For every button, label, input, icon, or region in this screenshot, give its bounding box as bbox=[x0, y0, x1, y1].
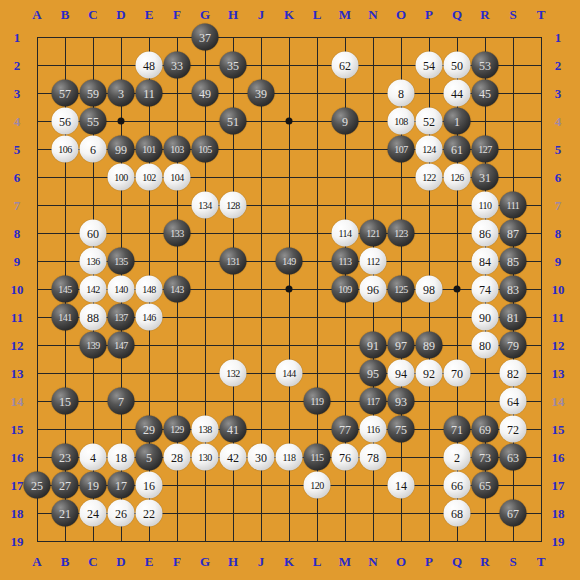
stone-white-18-D16[interactable]: 18 bbox=[108, 444, 135, 471]
stone-black-21-B18[interactable]: 21 bbox=[52, 500, 79, 527]
stone-black-107-O5[interactable]: 107 bbox=[388, 136, 415, 163]
stone-black-37-G1[interactable]: 37 bbox=[192, 24, 219, 51]
stone-move-number: 50 bbox=[451, 59, 463, 71]
column-label-bottom-F: F bbox=[173, 555, 181, 568]
stone-white-14-O17[interactable]: 14 bbox=[388, 472, 415, 499]
stone-black-135-D9[interactable]: 135 bbox=[108, 248, 135, 275]
column-label-top-E: E bbox=[145, 8, 154, 21]
stone-black-5-E16[interactable]: 5 bbox=[136, 444, 163, 471]
star-point-D4 bbox=[118, 118, 125, 125]
stone-move-number: 75 bbox=[395, 423, 407, 435]
stone-black-65-R17[interactable]: 65 bbox=[472, 472, 499, 499]
stone-move-number: 118 bbox=[282, 452, 295, 462]
stone-white-100-D6[interactable]: 100 bbox=[108, 164, 135, 191]
stone-white-108-O4[interactable]: 108 bbox=[388, 108, 415, 135]
stone-move-number: 86 bbox=[479, 227, 491, 239]
stone-move-number: 8 bbox=[398, 87, 404, 99]
stone-move-number: 131 bbox=[226, 256, 240, 266]
stone-white-94-O13[interactable]: 94 bbox=[388, 360, 415, 387]
stone-move-number: 94 bbox=[395, 367, 407, 379]
stone-move-number: 55 bbox=[87, 115, 99, 127]
stone-black-69-R15[interactable]: 69 bbox=[472, 416, 499, 443]
stone-white-144-K13[interactable]: 144 bbox=[276, 360, 303, 387]
stone-move-number: 26 bbox=[115, 507, 127, 519]
column-label-bottom-P: P bbox=[425, 555, 433, 568]
stone-black-73-R16[interactable]: 73 bbox=[472, 444, 499, 471]
stone-move-number: 117 bbox=[366, 396, 379, 406]
row-label-right-13: 13 bbox=[552, 367, 565, 380]
column-label-bottom-K: K bbox=[284, 555, 294, 568]
stone-black-61-Q5[interactable]: 61 bbox=[444, 136, 471, 163]
stone-move-number: 127 bbox=[478, 144, 492, 154]
stone-white-104-F6[interactable]: 104 bbox=[164, 164, 191, 191]
stone-black-29-E15[interactable]: 29 bbox=[136, 416, 163, 443]
stone-black-93-O14[interactable]: 93 bbox=[388, 388, 415, 415]
stone-move-number: 97 bbox=[395, 339, 407, 351]
stone-white-24-C18[interactable]: 24 bbox=[80, 500, 107, 527]
column-label-bottom-H: H bbox=[228, 555, 238, 568]
stone-black-51-H4[interactable]: 51 bbox=[220, 108, 247, 135]
stone-white-130-G16[interactable]: 130 bbox=[192, 444, 219, 471]
stone-move-number: 138 bbox=[198, 424, 212, 434]
stone-black-109-M10[interactable]: 109 bbox=[332, 276, 359, 303]
stone-black-103-F5[interactable]: 103 bbox=[164, 136, 191, 163]
stone-move-number: 69 bbox=[479, 423, 491, 435]
stone-move-number: 68 bbox=[451, 507, 463, 519]
column-label-top-F: F bbox=[173, 8, 181, 21]
stone-move-number: 74 bbox=[479, 283, 491, 295]
column-label-top-B: B bbox=[61, 8, 70, 21]
stone-black-147-D12[interactable]: 147 bbox=[108, 332, 135, 359]
stone-move-number: 54 bbox=[423, 59, 435, 71]
stone-white-102-E6[interactable]: 102 bbox=[136, 164, 163, 191]
row-label-left-14: 14 bbox=[11, 395, 24, 408]
stone-white-62-M2[interactable]: 62 bbox=[332, 52, 359, 79]
stone-white-140-D10[interactable]: 140 bbox=[108, 276, 135, 303]
stone-black-33-F2[interactable]: 33 bbox=[164, 52, 191, 79]
stone-white-132-H13[interactable]: 132 bbox=[220, 360, 247, 387]
stone-move-number: 140 bbox=[114, 284, 128, 294]
row-label-left-15: 15 bbox=[11, 423, 24, 436]
stone-move-number: 63 bbox=[507, 451, 519, 463]
stone-move-number: 119 bbox=[310, 396, 323, 406]
stone-black-87-S8[interactable]: 87 bbox=[500, 220, 527, 247]
stone-white-30-J16[interactable]: 30 bbox=[248, 444, 275, 471]
stone-move-number: 53 bbox=[479, 59, 491, 71]
stone-white-42-H16[interactable]: 42 bbox=[220, 444, 247, 471]
stone-move-number: 2 bbox=[454, 451, 460, 463]
stone-move-number: 121 bbox=[366, 228, 380, 238]
stone-move-number: 51 bbox=[227, 115, 239, 127]
stone-white-76-M16[interactable]: 76 bbox=[332, 444, 359, 471]
stone-white-116-N15[interactable]: 116 bbox=[360, 416, 387, 443]
stone-black-101-E5[interactable]: 101 bbox=[136, 136, 163, 163]
stone-black-119-L14[interactable]: 119 bbox=[304, 388, 331, 415]
stone-move-number: 110 bbox=[478, 200, 491, 210]
row-label-right-6: 6 bbox=[555, 171, 562, 184]
stone-black-127-R5[interactable]: 127 bbox=[472, 136, 499, 163]
stone-move-number: 101 bbox=[142, 144, 156, 154]
stone-black-1-Q4[interactable]: 1 bbox=[444, 108, 471, 135]
stone-move-number: 37 bbox=[199, 31, 211, 43]
stone-black-81-S11[interactable]: 81 bbox=[500, 304, 527, 331]
stone-black-111-S7[interactable]: 111 bbox=[500, 192, 527, 219]
row-label-right-3: 3 bbox=[555, 87, 562, 100]
stone-move-number: 88 bbox=[87, 311, 99, 323]
go-board[interactable]: AABBCCDDEEFFGGHHJJKKLLMMNNOOPPQQRRSSTT11… bbox=[0, 0, 580, 580]
row-label-left-9: 9 bbox=[14, 255, 21, 268]
row-label-right-7: 7 bbox=[555, 199, 562, 212]
column-label-bottom-Q: Q bbox=[452, 555, 462, 568]
stone-move-number: 123 bbox=[394, 228, 408, 238]
stone-black-57-B3[interactable]: 57 bbox=[52, 80, 79, 107]
stone-move-number: 76 bbox=[339, 451, 351, 463]
stone-move-number: 113 bbox=[338, 256, 351, 266]
stone-white-8-O3[interactable]: 8 bbox=[388, 80, 415, 107]
stone-white-56-B4[interactable]: 56 bbox=[52, 108, 79, 135]
stone-black-143-F10[interactable]: 143 bbox=[164, 276, 191, 303]
stone-black-141-B11[interactable]: 141 bbox=[52, 304, 79, 331]
stone-move-number: 122 bbox=[422, 172, 436, 182]
stone-white-26-D18[interactable]: 26 bbox=[108, 500, 135, 527]
stone-white-74-R10[interactable]: 74 bbox=[472, 276, 499, 303]
stone-move-number: 35 bbox=[227, 59, 239, 71]
stone-move-number: 29 bbox=[143, 423, 155, 435]
row-label-left-2: 2 bbox=[14, 59, 21, 72]
column-label-top-O: O bbox=[396, 8, 406, 21]
column-label-bottom-G: G bbox=[200, 555, 210, 568]
row-label-right-5: 5 bbox=[555, 143, 562, 156]
star-point-K10 bbox=[286, 286, 293, 293]
stone-move-number: 19 bbox=[87, 479, 99, 491]
stone-white-86-R8[interactable]: 86 bbox=[472, 220, 499, 247]
stone-move-number: 134 bbox=[198, 200, 212, 210]
stone-move-number: 77 bbox=[339, 423, 351, 435]
stone-white-126-Q6[interactable]: 126 bbox=[444, 164, 471, 191]
stone-white-118-K16[interactable]: 118 bbox=[276, 444, 303, 471]
stone-move-number: 143 bbox=[170, 284, 184, 294]
column-label-bottom-B: B bbox=[61, 555, 70, 568]
stone-black-95-N13[interactable]: 95 bbox=[360, 360, 387, 387]
stone-black-31-R6[interactable]: 31 bbox=[472, 164, 499, 191]
stone-white-44-Q3[interactable]: 44 bbox=[444, 80, 471, 107]
stone-black-49-G3[interactable]: 49 bbox=[192, 80, 219, 107]
stone-move-number: 52 bbox=[423, 115, 435, 127]
stone-black-25-A17[interactable]: 25 bbox=[24, 472, 51, 499]
stone-white-78-N16[interactable]: 78 bbox=[360, 444, 387, 471]
column-label-bottom-L: L bbox=[313, 555, 322, 568]
stone-move-number: 30 bbox=[255, 451, 267, 463]
stone-black-79-S12[interactable]: 79 bbox=[500, 332, 527, 359]
stone-white-122-P6[interactable]: 122 bbox=[416, 164, 443, 191]
stone-white-98-P10[interactable]: 98 bbox=[416, 276, 443, 303]
stone-move-number: 135 bbox=[114, 256, 128, 266]
stone-move-number: 4 bbox=[90, 451, 96, 463]
column-label-top-A: A bbox=[32, 8, 41, 21]
stone-black-139-C12[interactable]: 139 bbox=[80, 332, 107, 359]
stone-black-77-M15[interactable]: 77 bbox=[332, 416, 359, 443]
row-label-right-9: 9 bbox=[555, 255, 562, 268]
column-label-bottom-J: J bbox=[258, 555, 265, 568]
column-label-top-H: H bbox=[228, 8, 238, 21]
row-label-left-1: 1 bbox=[14, 31, 21, 44]
stone-move-number: 90 bbox=[479, 311, 491, 323]
stone-move-number: 144 bbox=[282, 368, 296, 378]
row-label-right-16: 16 bbox=[552, 451, 565, 464]
stone-white-6-C5[interactable]: 6 bbox=[80, 136, 107, 163]
stone-white-60-C8[interactable]: 60 bbox=[80, 220, 107, 247]
stone-black-11-E3[interactable]: 11 bbox=[136, 80, 163, 107]
stone-white-52-P4[interactable]: 52 bbox=[416, 108, 443, 135]
stone-move-number: 65 bbox=[479, 479, 491, 491]
stone-white-112-N9[interactable]: 112 bbox=[360, 248, 387, 275]
stone-move-number: 72 bbox=[507, 423, 519, 435]
stone-black-83-S10[interactable]: 83 bbox=[500, 276, 527, 303]
stone-black-39-J3[interactable]: 39 bbox=[248, 80, 275, 107]
stone-move-number: 128 bbox=[226, 200, 240, 210]
stone-black-9-M4[interactable]: 9 bbox=[332, 108, 359, 135]
stone-black-125-O10[interactable]: 125 bbox=[388, 276, 415, 303]
column-label-bottom-O: O bbox=[396, 555, 406, 568]
stone-white-114-M8[interactable]: 114 bbox=[332, 220, 359, 247]
stone-move-number: 16 bbox=[143, 479, 155, 491]
stone-move-number: 21 bbox=[59, 507, 71, 519]
stone-black-149-K9[interactable]: 149 bbox=[276, 248, 303, 275]
stone-move-number: 136 bbox=[86, 256, 100, 266]
stone-white-106-B5[interactable]: 106 bbox=[52, 136, 79, 163]
column-label-top-S: S bbox=[509, 8, 516, 21]
stone-move-number: 145 bbox=[58, 284, 72, 294]
column-label-top-Q: Q bbox=[452, 8, 462, 21]
row-label-right-14: 14 bbox=[552, 395, 565, 408]
stone-black-45-R3[interactable]: 45 bbox=[472, 80, 499, 107]
stone-white-70-Q13[interactable]: 70 bbox=[444, 360, 471, 387]
stone-move-number: 95 bbox=[367, 367, 379, 379]
stone-white-4-C16[interactable]: 4 bbox=[80, 444, 107, 471]
column-label-top-R: R bbox=[480, 8, 489, 21]
stone-white-136-C9[interactable]: 136 bbox=[80, 248, 107, 275]
stone-white-68-Q18[interactable]: 68 bbox=[444, 500, 471, 527]
stone-white-2-Q16[interactable]: 2 bbox=[444, 444, 471, 471]
stone-black-117-N14[interactable]: 117 bbox=[360, 388, 387, 415]
stone-white-120-L17[interactable]: 120 bbox=[304, 472, 331, 499]
row-label-right-18: 18 bbox=[552, 507, 565, 520]
stone-black-55-C4[interactable]: 55 bbox=[80, 108, 107, 135]
stone-move-number: 100 bbox=[114, 172, 128, 182]
stone-black-91-N12[interactable]: 91 bbox=[360, 332, 387, 359]
row-label-left-18: 18 bbox=[11, 507, 24, 520]
column-label-bottom-S: S bbox=[509, 555, 516, 568]
stone-move-number: 141 bbox=[58, 312, 72, 322]
stone-white-66-Q17[interactable]: 66 bbox=[444, 472, 471, 499]
column-label-top-D: D bbox=[116, 8, 125, 21]
stone-white-80-R12[interactable]: 80 bbox=[472, 332, 499, 359]
column-label-bottom-M: M bbox=[339, 555, 351, 568]
stone-white-134-G7[interactable]: 134 bbox=[192, 192, 219, 219]
stone-white-82-S13[interactable]: 82 bbox=[500, 360, 527, 387]
row-label-right-10: 10 bbox=[552, 283, 565, 296]
stone-move-number: 112 bbox=[366, 256, 379, 266]
stone-move-number: 103 bbox=[170, 144, 184, 154]
stone-black-27-B17[interactable]: 27 bbox=[52, 472, 79, 499]
stone-move-number: 64 bbox=[507, 395, 519, 407]
row-label-left-13: 13 bbox=[11, 367, 24, 380]
stone-white-50-Q2[interactable]: 50 bbox=[444, 52, 471, 79]
stone-black-17-D17[interactable]: 17 bbox=[108, 472, 135, 499]
stone-move-number: 67 bbox=[507, 507, 519, 519]
stone-white-22-E18[interactable]: 22 bbox=[136, 500, 163, 527]
stone-move-number: 17 bbox=[115, 479, 127, 491]
row-label-left-17: 17 bbox=[11, 479, 24, 492]
stone-white-142-C10[interactable]: 142 bbox=[80, 276, 107, 303]
stone-white-124-P5[interactable]: 124 bbox=[416, 136, 443, 163]
stone-move-number: 146 bbox=[142, 312, 156, 322]
stone-move-number: 82 bbox=[507, 367, 519, 379]
stone-black-123-O8[interactable]: 123 bbox=[388, 220, 415, 247]
stone-move-number: 33 bbox=[171, 59, 183, 71]
stone-move-number: 5 bbox=[146, 451, 152, 463]
stone-move-number: 80 bbox=[479, 339, 491, 351]
stone-white-48-E2[interactable]: 48 bbox=[136, 52, 163, 79]
row-label-left-4: 4 bbox=[14, 115, 21, 128]
stone-move-number: 66 bbox=[451, 479, 463, 491]
column-label-bottom-T: T bbox=[537, 555, 546, 568]
stone-white-138-G15[interactable]: 138 bbox=[192, 416, 219, 443]
column-label-bottom-N: N bbox=[368, 555, 377, 568]
row-label-right-8: 8 bbox=[555, 227, 562, 240]
stone-white-96-N10[interactable]: 96 bbox=[360, 276, 387, 303]
stone-white-110-R7[interactable]: 110 bbox=[472, 192, 499, 219]
stone-black-137-D11[interactable]: 137 bbox=[108, 304, 135, 331]
stone-black-115-L16[interactable]: 115 bbox=[304, 444, 331, 471]
stone-move-number: 41 bbox=[227, 423, 239, 435]
stone-move-number: 91 bbox=[367, 339, 379, 351]
stone-white-72-S15[interactable]: 72 bbox=[500, 416, 527, 443]
stone-move-number: 93 bbox=[395, 395, 407, 407]
stone-move-number: 27 bbox=[59, 479, 71, 491]
stone-black-85-S9[interactable]: 85 bbox=[500, 248, 527, 275]
stone-white-54-P2[interactable]: 54 bbox=[416, 52, 443, 79]
row-label-left-8: 8 bbox=[14, 227, 21, 240]
stone-black-133-F8[interactable]: 133 bbox=[164, 220, 191, 247]
stone-black-131-H9[interactable]: 131 bbox=[220, 248, 247, 275]
stone-move-number: 105 bbox=[198, 144, 212, 154]
row-label-right-15: 15 bbox=[552, 423, 565, 436]
stone-black-41-H15[interactable]: 41 bbox=[220, 416, 247, 443]
stone-white-64-S14[interactable]: 64 bbox=[500, 388, 527, 415]
stone-black-53-R2[interactable]: 53 bbox=[472, 52, 499, 79]
stone-white-88-C11[interactable]: 88 bbox=[80, 304, 107, 331]
stone-move-number: 106 bbox=[58, 144, 72, 154]
column-label-top-P: P bbox=[425, 8, 433, 21]
stone-move-number: 18 bbox=[115, 451, 127, 463]
stone-move-number: 83 bbox=[507, 283, 519, 295]
stone-move-number: 7 bbox=[118, 395, 124, 407]
row-label-left-7: 7 bbox=[14, 199, 21, 212]
stone-white-28-F16[interactable]: 28 bbox=[164, 444, 191, 471]
stone-move-number: 142 bbox=[86, 284, 100, 294]
stone-black-121-N8[interactable]: 121 bbox=[360, 220, 387, 247]
stone-black-145-B10[interactable]: 145 bbox=[52, 276, 79, 303]
stone-black-23-B16[interactable]: 23 bbox=[52, 444, 79, 471]
stone-move-number: 25 bbox=[31, 479, 43, 491]
stone-white-128-H7[interactable]: 128 bbox=[220, 192, 247, 219]
star-point-Q10 bbox=[454, 286, 461, 293]
stone-black-59-C3[interactable]: 59 bbox=[80, 80, 107, 107]
stone-black-15-B14[interactable]: 15 bbox=[52, 388, 79, 415]
grid-line-horizontal bbox=[37, 541, 542, 542]
stone-white-146-E11[interactable]: 146 bbox=[136, 304, 163, 331]
stone-move-number: 98 bbox=[423, 283, 435, 295]
stone-white-84-R9[interactable]: 84 bbox=[472, 248, 499, 275]
stone-white-90-R11[interactable]: 90 bbox=[472, 304, 499, 331]
stone-move-number: 57 bbox=[59, 87, 71, 99]
stone-move-number: 71 bbox=[451, 423, 463, 435]
stone-move-number: 107 bbox=[394, 144, 408, 154]
stone-move-number: 92 bbox=[423, 367, 435, 379]
stone-move-number: 45 bbox=[479, 87, 491, 99]
stone-black-35-H2[interactable]: 35 bbox=[220, 52, 247, 79]
stone-black-113-M9[interactable]: 113 bbox=[332, 248, 359, 275]
stone-black-75-O15[interactable]: 75 bbox=[388, 416, 415, 443]
row-label-right-4: 4 bbox=[555, 115, 562, 128]
row-label-left-11: 11 bbox=[11, 311, 23, 324]
column-label-top-N: N bbox=[368, 8, 377, 21]
stone-move-number: 49 bbox=[199, 87, 211, 99]
stone-move-number: 3 bbox=[118, 87, 124, 99]
stone-move-number: 62 bbox=[339, 59, 351, 71]
stone-black-97-O12[interactable]: 97 bbox=[388, 332, 415, 359]
row-label-right-12: 12 bbox=[552, 339, 565, 352]
stone-move-number: 23 bbox=[59, 451, 71, 463]
stone-move-number: 111 bbox=[507, 200, 520, 210]
row-label-left-3: 3 bbox=[14, 87, 21, 100]
stone-move-number: 48 bbox=[143, 59, 155, 71]
stone-black-67-S18[interactable]: 67 bbox=[500, 500, 527, 527]
stone-black-105-G5[interactable]: 105 bbox=[192, 136, 219, 163]
stone-move-number: 132 bbox=[226, 368, 240, 378]
stone-move-number: 42 bbox=[227, 451, 239, 463]
column-label-top-L: L bbox=[313, 8, 322, 21]
grid-line-vertical bbox=[541, 37, 542, 542]
stone-move-number: 22 bbox=[143, 507, 155, 519]
stone-black-89-P12[interactable]: 89 bbox=[416, 332, 443, 359]
column-label-bottom-A: A bbox=[32, 555, 41, 568]
stone-black-63-S16[interactable]: 63 bbox=[500, 444, 527, 471]
stone-black-3-D3[interactable]: 3 bbox=[108, 80, 135, 107]
stone-black-71-Q15[interactable]: 71 bbox=[444, 416, 471, 443]
stone-move-number: 59 bbox=[87, 87, 99, 99]
column-label-top-M: M bbox=[339, 8, 351, 21]
stone-white-148-E10[interactable]: 148 bbox=[136, 276, 163, 303]
stone-black-7-D14[interactable]: 7 bbox=[108, 388, 135, 415]
stone-white-16-E17[interactable]: 16 bbox=[136, 472, 163, 499]
stone-black-99-D5[interactable]: 99 bbox=[108, 136, 135, 163]
stone-move-number: 28 bbox=[171, 451, 183, 463]
stone-move-number: 84 bbox=[479, 255, 491, 267]
stone-move-number: 6 bbox=[90, 143, 96, 155]
stone-black-19-C17[interactable]: 19 bbox=[80, 472, 107, 499]
stone-black-129-F15[interactable]: 129 bbox=[164, 416, 191, 443]
stone-move-number: 124 bbox=[422, 144, 436, 154]
stone-move-number: 149 bbox=[282, 256, 296, 266]
stone-move-number: 31 bbox=[479, 171, 491, 183]
row-label-left-19: 19 bbox=[11, 535, 24, 548]
row-label-right-11: 11 bbox=[552, 311, 564, 324]
stone-move-number: 70 bbox=[451, 367, 463, 379]
stone-move-number: 114 bbox=[338, 228, 351, 238]
stone-white-92-P13[interactable]: 92 bbox=[416, 360, 443, 387]
